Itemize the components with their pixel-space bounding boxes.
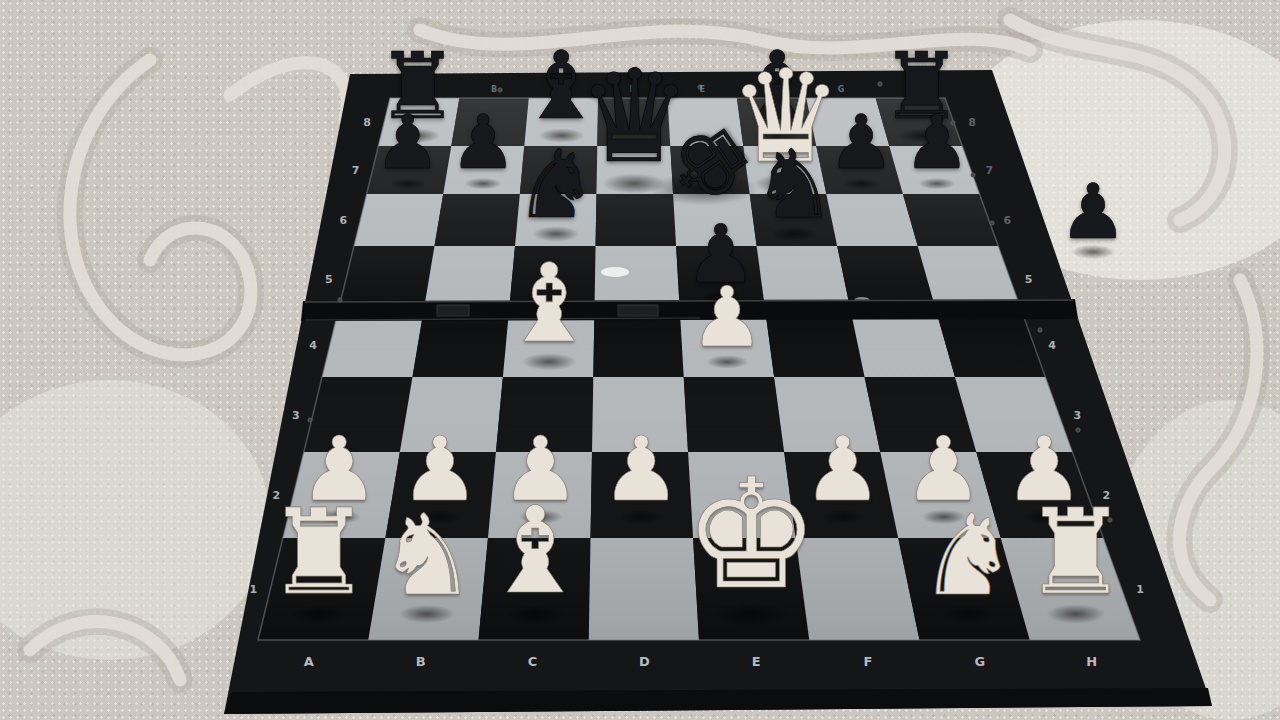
pieces-layer: ♜♝♝♜♟♟♛♚♛♟♟♞♞♟♝♟♟♟♟♟♟♟♟♜♞♝♚♞♜♟ (0, 0, 1280, 720)
black-pawn-a7: ♟ (374, 106, 441, 181)
white-knight-b1: ♞ (377, 499, 477, 611)
white-king-e1: ♚ (683, 459, 819, 611)
white-rook-a1: ♜ (266, 493, 372, 611)
white-bishop-c1: ♝ (481, 491, 589, 611)
black-knight-c6: ♞ (514, 137, 599, 231)
captured-black-pawn-off-board: ♟ (1059, 174, 1127, 250)
black-pawn-b7: ♟ (450, 106, 517, 181)
white-pawn-e4: ♟ (690, 275, 765, 358)
white-rook-h1: ♜ (1023, 493, 1129, 611)
white-knight-g1: ♞ (917, 499, 1017, 611)
photo-scene: AABBCCDDEEFFGGHH1122334455667788 ♜♝♝♜♟♟♛… (0, 0, 1280, 720)
black-pawn-h7: ♟ (903, 106, 970, 181)
black-pawn-g7: ♟ (828, 106, 895, 181)
black-knight-f6: ♞ (752, 137, 837, 231)
white-bishop-c4: ♝ (500, 250, 597, 359)
white-pawn-d2: ♟ (601, 425, 681, 514)
